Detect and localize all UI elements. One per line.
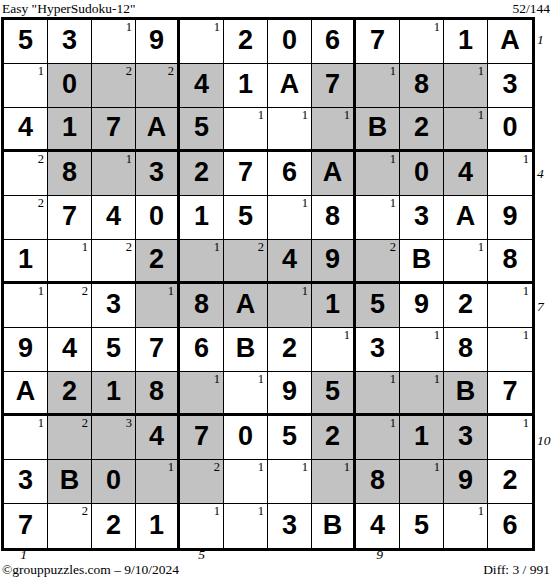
pencil-mark: 1 [390, 152, 396, 166]
given-value: 3 [458, 423, 473, 450]
puzzle-page: Easy "HyperSudoku-12" 52/144 53191206711… [0, 0, 552, 578]
given-value: 7 [106, 114, 121, 141]
cell-r6c6[interactable]: 2 [224, 240, 268, 284]
given-value: 9 [325, 246, 340, 273]
pencil-mark: 1 [344, 460, 350, 474]
cell-r1c2: 3 [48, 20, 92, 64]
given-value: 7 [238, 159, 253, 186]
cell-r5c6: 5 [224, 196, 268, 240]
cell-r9c7: 9 [268, 372, 312, 416]
pencil-mark: 2 [38, 196, 44, 210]
given-value: 0 [62, 71, 77, 98]
given-value: 1 [18, 246, 33, 273]
cell-r6c10: B [400, 240, 444, 284]
pencil-mark: 1 [434, 328, 440, 342]
cell-r10c8: 2 [312, 416, 356, 460]
cell-r8c7: 2 [268, 328, 312, 372]
given-value: 2 [282, 335, 297, 362]
cell-r3c5: 5 [180, 108, 224, 152]
cell-r9c4: 8 [136, 372, 180, 416]
cell-r11c4[interactable]: 1 [136, 460, 180, 504]
cell-r7c3: 3 [92, 284, 136, 328]
pencil-mark: 1 [258, 372, 264, 386]
given-value: 1 [458, 27, 473, 54]
given-value: 6 [502, 512, 517, 539]
cell-r10c11: 3 [444, 416, 488, 460]
pencil-mark: 1 [478, 64, 484, 78]
pencil-mark: 2 [390, 240, 396, 254]
pencil-mark: 1 [434, 20, 440, 34]
cell-r7c7[interactable]: 1 [268, 284, 312, 328]
given-value: 0 [149, 203, 164, 230]
empty-cell-counter: 52/144 [512, 1, 550, 16]
pencil-mark: 1 [302, 108, 308, 122]
given-value: 5 [325, 378, 340, 405]
given-value: 9 [414, 291, 429, 318]
cell-r3c1: 4 [4, 108, 48, 152]
cell-r4c4: 3 [136, 152, 180, 196]
given-value: 4 [62, 335, 77, 362]
cell-r3c9: B [356, 108, 400, 152]
cell-r1c6: 2 [224, 20, 268, 64]
cell-r4c5: 2 [180, 152, 224, 196]
pencil-mark: 1 [214, 20, 220, 34]
cell-r10c6: 0 [224, 416, 268, 460]
given-value: 3 [370, 335, 385, 362]
given-value: 7 [62, 203, 77, 230]
cell-r11c10[interactable]: 1 [400, 460, 444, 504]
cell-r12c11[interactable]: 1 [444, 504, 488, 548]
cell-r9c11: B [444, 372, 488, 416]
cell-r4c11: 4 [444, 152, 488, 196]
cell-r11c5[interactable]: 2 [180, 460, 224, 504]
cell-r1c11: 1 [444, 20, 488, 64]
given-value: 2 [238, 27, 253, 54]
given-value: 0 [106, 467, 121, 494]
given-value: 5 [414, 512, 429, 539]
cell-r3c8[interactable]: 1 [312, 108, 356, 152]
cell-r8c1: 9 [4, 328, 48, 372]
given-value: B [368, 114, 388, 141]
given-value: 3 [414, 203, 429, 230]
given-value: 5 [370, 291, 385, 318]
pencil-mark: 1 [126, 20, 132, 34]
given-value: 2 [194, 159, 209, 186]
cell-r5c11: A [444, 196, 488, 240]
given-value: 4 [458, 159, 473, 186]
cell-r12c10: 5 [400, 504, 444, 548]
cell-r4c6: 7 [224, 152, 268, 196]
given-value: 2 [414, 114, 429, 141]
pencil-mark: 1 [38, 284, 44, 298]
given-value: 1 [414, 423, 429, 450]
cell-r8c9: 3 [356, 328, 400, 372]
cell-r4c12[interactable]: 1 [488, 152, 532, 196]
pencil-mark: 2 [214, 460, 220, 474]
given-value: 1 [194, 203, 209, 230]
cell-r12c3: 2 [92, 504, 136, 548]
given-value: 8 [502, 246, 517, 273]
cell-r3c11[interactable]: 1 [444, 108, 488, 152]
pencil-mark: 1 [523, 328, 529, 342]
cell-r9c8: 5 [312, 372, 356, 416]
cell-r5c10: 3 [400, 196, 444, 240]
pencil-mark: 1 [344, 328, 350, 342]
cell-r6c5[interactable]: 1 [180, 240, 224, 284]
cell-r6c8: 9 [312, 240, 356, 284]
cell-r8c4: 7 [136, 328, 180, 372]
given-value: A [236, 291, 256, 318]
cell-r1c3[interactable]: 1 [92, 20, 136, 64]
given-value: 7 [194, 423, 209, 450]
given-value: 9 [502, 203, 517, 230]
cell-r12c2[interactable]: 2 [48, 504, 92, 548]
puzzle-title: Easy "HyperSudoku-12" [2, 1, 136, 16]
pencil-mark: 1 [168, 284, 174, 298]
difficulty: Diff: 3 / 991 [483, 562, 550, 577]
given-value: 1 [325, 291, 340, 318]
pencil-mark: 1 [214, 372, 220, 386]
pencil-mark: 1 [390, 196, 396, 210]
cell-r11c12: 2 [488, 460, 532, 504]
cell-r4c2: 8 [48, 152, 92, 196]
cell-r4c1[interactable]: 2 [4, 152, 48, 196]
given-value: 5 [194, 114, 209, 141]
cell-r3c3: 7 [92, 108, 136, 152]
cell-r5c1[interactable]: 2 [4, 196, 48, 240]
pencil-mark: 1 [302, 196, 308, 210]
given-value: A [500, 27, 520, 54]
cell-r6c12: 8 [488, 240, 532, 284]
cell-r6c2[interactable]: 1 [48, 240, 92, 284]
pencil-mark: 1 [523, 152, 529, 166]
cell-r12c12: 6 [488, 504, 532, 548]
cell-r9c3: 1 [92, 372, 136, 416]
cell-r10c7: 5 [268, 416, 312, 460]
cell-r12c4: 1 [136, 504, 180, 548]
cell-r5c8: 8 [312, 196, 356, 240]
given-value: 8 [62, 159, 77, 186]
cell-r9c6[interactable]: 1 [224, 372, 268, 416]
cell-r5c9[interactable]: 1 [356, 196, 400, 240]
col-coordinate-labels: 159 [1, 548, 535, 562]
given-value: A [280, 71, 300, 98]
cell-r1c5[interactable]: 1 [180, 20, 224, 64]
cell-r2c2: 0 [48, 64, 92, 108]
cell-r4c3[interactable]: 1 [92, 152, 136, 196]
cell-r7c8: 1 [312, 284, 356, 328]
given-value: 1 [62, 114, 77, 141]
cell-r8c2: 4 [48, 328, 92, 372]
given-value: 7 [325, 71, 340, 98]
given-value: 3 [106, 291, 121, 318]
col-label-1: 1 [20, 548, 27, 561]
cell-r9c5[interactable]: 1 [180, 372, 224, 416]
cell-r3c7[interactable]: 1 [268, 108, 312, 152]
cell-r12c8: B [312, 504, 356, 548]
pencil-mark: 2 [82, 504, 88, 518]
cell-r2c9[interactable]: 1 [356, 64, 400, 108]
cell-r7c12[interactable]: 1 [488, 284, 532, 328]
row-label-4: 4 [537, 167, 544, 180]
cell-r9c12: 7 [488, 372, 532, 416]
cell-r2c3[interactable]: 2 [92, 64, 136, 108]
given-value: 4 [149, 423, 164, 450]
pencil-mark: 1 [302, 284, 308, 298]
cell-r1c7: 0 [268, 20, 312, 64]
cell-r2c11[interactable]: 1 [444, 64, 488, 108]
pencil-mark: 1 [478, 504, 484, 518]
pencil-mark: 1 [168, 460, 174, 474]
given-value: 4 [18, 114, 33, 141]
cell-r2c5: 4 [180, 64, 224, 108]
given-value: 3 [149, 159, 164, 186]
given-value: 2 [325, 423, 340, 450]
cell-r4c8: A [312, 152, 356, 196]
cell-r1c12: A [488, 20, 532, 64]
given-value: 7 [149, 335, 164, 362]
given-value: 8 [458, 335, 473, 362]
cell-r1c10[interactable]: 1 [400, 20, 444, 64]
cell-r11c3: 0 [92, 460, 136, 504]
cell-r7c6: A [224, 284, 268, 328]
cell-r2c4[interactable]: 2 [136, 64, 180, 108]
cell-r8c12[interactable]: 1 [488, 328, 532, 372]
given-value: 7 [370, 27, 385, 54]
cell-r5c3: 4 [92, 196, 136, 240]
footer: ©grouppuzzles.com – 9/10/2024 Diff: 3 / … [0, 562, 552, 577]
cell-r1c9: 7 [356, 20, 400, 64]
cell-r12c5[interactable]: 1 [180, 504, 224, 548]
given-value: B [412, 246, 432, 273]
cell-r12c1: 7 [4, 504, 48, 548]
pencil-mark: 1 [258, 504, 264, 518]
given-value: 8 [149, 378, 164, 405]
cell-r5c5: 1 [180, 196, 224, 240]
pencil-mark: 2 [126, 64, 132, 78]
given-value: 7 [502, 378, 517, 405]
cell-r10c5: 7 [180, 416, 224, 460]
cell-r10c3[interactable]: 3 [92, 416, 136, 460]
cell-r1c1: 5 [4, 20, 48, 64]
pencil-mark: 1 [478, 108, 484, 122]
given-value: 1 [149, 512, 164, 539]
given-value: A [147, 114, 167, 141]
cell-r11c9: 8 [356, 460, 400, 504]
given-value: 3 [502, 71, 517, 98]
given-value: 1 [106, 378, 121, 405]
copyright-date: ©grouppuzzles.com – 9/10/2024 [2, 562, 179, 577]
given-value: 6 [282, 159, 297, 186]
cell-r10c9[interactable]: 1 [356, 416, 400, 460]
cell-r11c1: 3 [4, 460, 48, 504]
cell-r6c7: 4 [268, 240, 312, 284]
cell-r2c7: A [268, 64, 312, 108]
pencil-mark: 1 [38, 416, 44, 430]
cell-r12c7: 3 [268, 504, 312, 548]
cell-r12c6[interactable]: 1 [224, 504, 268, 548]
col-label-5: 5 [198, 548, 205, 561]
header: Easy "HyperSudoku-12" 52/144 [0, 0, 552, 17]
cell-r9c1: A [4, 372, 48, 416]
cell-r8c8[interactable]: 1 [312, 328, 356, 372]
cell-r7c11: 2 [444, 284, 488, 328]
given-value: 0 [414, 159, 429, 186]
given-value: 3 [282, 512, 297, 539]
cell-r8c11: 8 [444, 328, 488, 372]
given-value: B [456, 378, 476, 405]
given-value: 8 [414, 71, 429, 98]
given-value: 2 [458, 291, 473, 318]
given-value: 2 [502, 467, 517, 494]
given-value: 4 [370, 512, 385, 539]
given-value: 9 [458, 467, 473, 494]
pencil-mark: 1 [258, 108, 264, 122]
cell-r5c4: 0 [136, 196, 180, 240]
pencil-mark: 1 [434, 460, 440, 474]
pencil-mark: 3 [126, 416, 132, 430]
cell-r11c8[interactable]: 1 [312, 460, 356, 504]
given-value: 0 [238, 423, 253, 450]
pencil-mark: 1 [523, 284, 529, 298]
cell-r11c7[interactable]: 1 [268, 460, 312, 504]
cell-r5c12: 9 [488, 196, 532, 240]
pencil-mark: 1 [478, 240, 484, 254]
col-label-9: 9 [376, 548, 383, 561]
given-value: 2 [106, 512, 121, 539]
given-value: 4 [282, 246, 297, 273]
pencil-mark: 1 [214, 504, 220, 518]
cell-r3c6[interactable]: 1 [224, 108, 268, 152]
given-value: 0 [282, 27, 297, 54]
given-value: 5 [238, 203, 253, 230]
given-value: 3 [18, 467, 33, 494]
cell-r9c9[interactable]: 1 [356, 372, 400, 416]
given-value: A [16, 378, 36, 405]
given-value: 1 [238, 71, 253, 98]
given-value: 6 [325, 27, 340, 54]
pencil-mark: 2 [126, 240, 132, 254]
pencil-mark: 2 [258, 240, 264, 254]
cell-r2c1[interactable]: 1 [4, 64, 48, 108]
cell-r1c8: 6 [312, 20, 356, 64]
pencil-mark: 1 [302, 460, 308, 474]
row-label-1: 1 [537, 33, 544, 46]
cell-r7c9: 5 [356, 284, 400, 328]
given-value: 5 [106, 335, 121, 362]
given-value: 5 [282, 423, 297, 450]
cell-r4c10: 0 [400, 152, 444, 196]
pencil-mark: 1 [214, 240, 220, 254]
cell-r6c3[interactable]: 2 [92, 240, 136, 284]
cell-r7c10: 9 [400, 284, 444, 328]
pencil-mark: 1 [258, 460, 264, 474]
given-value: 8 [370, 467, 385, 494]
pencil-mark: 1 [523, 416, 529, 430]
pencil-mark: 1 [390, 416, 396, 430]
given-value: 5 [18, 27, 33, 54]
given-value: B [323, 512, 343, 539]
pencil-mark: 1 [82, 240, 88, 254]
cell-r1c4: 9 [136, 20, 180, 64]
cell-r12c9: 4 [356, 504, 400, 548]
given-value: A [456, 203, 476, 230]
given-value: 6 [194, 335, 209, 362]
given-value: B [60, 467, 80, 494]
pencil-mark: 2 [168, 64, 174, 78]
cell-r4c7: 6 [268, 152, 312, 196]
cell-r11c6[interactable]: 1 [224, 460, 268, 504]
cell-r4c9[interactable]: 1 [356, 152, 400, 196]
cell-r7c1[interactable]: 1 [4, 284, 48, 328]
pencil-mark: 2 [82, 284, 88, 298]
given-value: A [323, 159, 343, 186]
cell-r6c11[interactable]: 1 [444, 240, 488, 284]
pencil-mark: 1 [390, 372, 396, 386]
cell-r6c9[interactable]: 2 [356, 240, 400, 284]
cell-r3c12: 0 [488, 108, 532, 152]
pencil-mark: 1 [390, 64, 396, 78]
cell-r10c10: 1 [400, 416, 444, 460]
given-value: 8 [194, 291, 209, 318]
row-label-10: 10 [537, 434, 551, 447]
cell-r3c10: 2 [400, 108, 444, 152]
sudoku-board: 53191206711A102241A71813417A5111B2102813… [1, 17, 535, 551]
given-value: 3 [62, 27, 77, 54]
cell-r10c2[interactable]: 2 [48, 416, 92, 460]
cell-r11c11: 9 [444, 460, 488, 504]
given-value: 2 [149, 246, 164, 273]
given-value: 8 [325, 203, 340, 230]
cell-r3c4: A [136, 108, 180, 152]
row-label-7: 7 [537, 300, 544, 313]
cell-r7c2[interactable]: 2 [48, 284, 92, 328]
cell-r2c8: 7 [312, 64, 356, 108]
pencil-mark: 2 [38, 152, 44, 166]
pencil-mark: 1 [126, 152, 132, 166]
cell-r9c10[interactable]: 1 [400, 372, 444, 416]
cell-r7c4[interactable]: 1 [136, 284, 180, 328]
cell-r5c2: 7 [48, 196, 92, 240]
cell-r2c12: 3 [488, 64, 532, 108]
cell-r10c12[interactable]: 1 [488, 416, 532, 460]
cell-r8c10[interactable]: 1 [400, 328, 444, 372]
cell-r10c1[interactable]: 1 [4, 416, 48, 460]
cell-r8c6: B [224, 328, 268, 372]
given-value: 4 [194, 71, 209, 98]
cell-r11c2: B [48, 460, 92, 504]
given-value: 9 [18, 335, 33, 362]
given-value: 0 [502, 114, 517, 141]
cell-r5c7[interactable]: 1 [268, 196, 312, 240]
pencil-mark: 1 [38, 64, 44, 78]
cell-r2c10: 8 [400, 64, 444, 108]
given-value: 2 [62, 378, 77, 405]
cell-r7c5: 8 [180, 284, 224, 328]
cell-r8c5: 6 [180, 328, 224, 372]
pencil-mark: 1 [434, 372, 440, 386]
pencil-mark: 1 [344, 108, 350, 122]
cell-r6c4: 2 [136, 240, 180, 284]
given-value: 9 [282, 378, 297, 405]
cell-r6c1: 1 [4, 240, 48, 284]
given-value: 7 [18, 512, 33, 539]
given-value: 9 [149, 27, 164, 54]
cell-r10c4: 4 [136, 416, 180, 460]
given-value: B [236, 335, 256, 362]
given-value: 4 [106, 203, 121, 230]
cell-r3c2: 1 [48, 108, 92, 152]
